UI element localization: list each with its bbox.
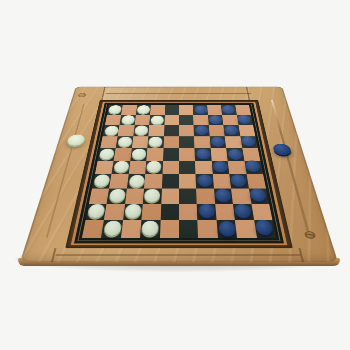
board-square[interactable]: [162, 174, 179, 188]
board-square[interactable]: [209, 125, 225, 136]
board-square[interactable]: [211, 148, 228, 161]
board-square[interactable]: [237, 115, 254, 125]
wood-plug: [78, 93, 87, 97]
board-square[interactable]: [133, 125, 149, 136]
board-square[interactable]: [179, 148, 195, 161]
board-square[interactable]: [107, 188, 127, 203]
board-square[interactable]: [179, 204, 198, 221]
board-square[interactable]: [198, 220, 218, 238]
checker-piece-light[interactable]: [99, 148, 115, 159]
board-square[interactable]: [238, 125, 255, 136]
checker-piece-light[interactable]: [103, 221, 122, 236]
board-square[interactable]: [161, 188, 179, 203]
board-square[interactable]: [114, 148, 132, 161]
checker-piece-dark[interactable]: [237, 115, 251, 124]
checker-piece-dark[interactable]: [218, 221, 236, 236]
board-square[interactable]: [193, 105, 208, 115]
checker-piece-dark[interactable]: [254, 220, 274, 235]
wooden-game-box: [20, 87, 338, 262]
checker-piece-light[interactable]: [124, 204, 142, 218]
checker-piece-dark[interactable]: [230, 174, 247, 186]
board-square[interactable]: [164, 125, 179, 136]
board-square[interactable]: [140, 220, 160, 238]
board-square[interactable]: [210, 136, 227, 148]
checker-piece-light[interactable]: [137, 105, 150, 113]
board-square[interactable]: [179, 115, 194, 125]
board-square[interactable]: [196, 174, 214, 188]
checker-piece-dark[interactable]: [196, 148, 211, 159]
board-square[interactable]: [179, 174, 196, 188]
board-wooden-margin: [71, 102, 287, 246]
board-square[interactable]: [160, 220, 179, 238]
board-square[interactable]: [254, 220, 276, 238]
checker-piece-dark[interactable]: [209, 115, 223, 124]
board-square[interactable]: [162, 161, 179, 174]
board-square[interactable]: [251, 204, 272, 221]
board-square[interactable]: [142, 204, 161, 221]
checker-piece-dark[interactable]: [222, 105, 236, 113]
board-square[interactable]: [163, 136, 179, 148]
board-square[interactable]: [195, 148, 212, 161]
perspective-plane: [20, 87, 338, 262]
product-photo: [0, 0, 350, 350]
checker-piece-dark[interactable]: [213, 161, 229, 172]
board-square[interactable]: [123, 204, 143, 221]
bottom-right-corner-joint: [299, 248, 304, 262]
board-square[interactable]: [249, 188, 270, 203]
board-square[interactable]: [146, 148, 163, 161]
board-square[interactable]: [121, 220, 142, 238]
checker-piece-light[interactable]: [131, 148, 146, 159]
checkers-board-grid: [82, 105, 276, 238]
board-square[interactable]: [112, 161, 130, 174]
board-square[interactable]: [194, 136, 210, 148]
checker-piece-light[interactable]: [117, 137, 132, 147]
board-square[interactable]: [216, 220, 237, 238]
board-square[interactable]: [160, 204, 179, 221]
rail-piece-dark[interactable]: [272, 144, 292, 155]
board-square[interactable]: [195, 161, 212, 174]
checker-piece-dark[interactable]: [234, 204, 252, 218]
board-square[interactable]: [135, 115, 151, 125]
checkers-board-frame: [74, 103, 284, 244]
top-rail-seam: [105, 93, 251, 94]
board-square[interactable]: [179, 125, 194, 136]
board-square[interactable]: [165, 105, 179, 115]
board-square[interactable]: [145, 161, 162, 174]
checker-piece-light[interactable]: [149, 137, 163, 147]
board-square[interactable]: [163, 148, 179, 161]
board-square[interactable]: [214, 188, 233, 203]
checker-piece-light[interactable]: [129, 175, 145, 187]
board-square[interactable]: [179, 105, 193, 115]
lid-light-sheen: [103, 88, 256, 100]
board-square[interactable]: [129, 161, 147, 174]
board-square[interactable]: [148, 125, 164, 136]
board-square[interactable]: [242, 148, 260, 161]
bottom-rail-seam: [56, 254, 301, 255]
board-square[interactable]: [179, 136, 195, 148]
board-well: [65, 100, 293, 248]
board-square[interactable]: [147, 136, 163, 148]
checker-piece-light[interactable]: [141, 221, 159, 236]
checker-piece-light[interactable]: [113, 161, 129, 172]
board-square[interactable]: [118, 125, 135, 136]
checker-piece-dark[interactable]: [240, 136, 255, 146]
board-square[interactable]: [149, 115, 164, 125]
board-square[interactable]: [116, 136, 133, 148]
checker-piece-dark[interactable]: [244, 161, 261, 172]
checker-piece-dark[interactable]: [249, 188, 267, 201]
board-square[interactable]: [194, 125, 210, 136]
checker-piece-light[interactable]: [108, 105, 122, 113]
checker-piece-dark[interactable]: [195, 126, 209, 135]
checker-piece-dark[interactable]: [228, 149, 244, 160]
board-square[interactable]: [193, 115, 208, 125]
board-square[interactable]: [127, 174, 146, 188]
checker-piece-light[interactable]: [87, 204, 106, 218]
board-square[interactable]: [179, 220, 198, 238]
board-square[interactable]: [143, 188, 162, 203]
checker-piece-light[interactable]: [146, 161, 161, 172]
checker-piece-dark[interactable]: [210, 137, 225, 147]
checker-piece-light[interactable]: [104, 126, 119, 135]
checker-piece-dark[interactable]: [215, 189, 232, 202]
checker-piece-light[interactable]: [151, 115, 164, 124]
checker-piece-light[interactable]: [121, 115, 135, 124]
board-square[interactable]: [120, 115, 136, 125]
checker-piece-dark[interactable]: [194, 106, 207, 114]
checker-piece-light[interactable]: [144, 189, 160, 202]
board-square[interactable]: [144, 174, 162, 188]
board-square[interactable]: [246, 174, 266, 188]
rail-piece-light[interactable]: [66, 135, 86, 146]
board-square[interactable]: [213, 174, 232, 188]
board-square[interactable]: [207, 105, 222, 115]
board-square[interactable]: [130, 148, 147, 161]
board-square[interactable]: [240, 136, 258, 148]
board-square[interactable]: [244, 161, 263, 174]
board-square[interactable]: [179, 161, 196, 174]
board-square[interactable]: [196, 188, 215, 203]
board-square[interactable]: [101, 220, 123, 238]
board-square[interactable]: [150, 105, 165, 115]
board-square[interactable]: [179, 188, 197, 203]
checker-piece-dark[interactable]: [224, 126, 239, 135]
checker-piece-light[interactable]: [93, 174, 110, 186]
board-square[interactable]: [121, 105, 137, 115]
board-square[interactable]: [132, 136, 149, 148]
board-square[interactable]: [235, 105, 251, 115]
board-square[interactable]: [197, 204, 216, 221]
brass-screw: [304, 231, 316, 238]
board-square[interactable]: [104, 204, 125, 221]
board-square[interactable]: [109, 174, 128, 188]
checker-piece-light[interactable]: [134, 126, 148, 135]
board-square[interactable]: [212, 161, 230, 174]
board-square[interactable]: [125, 188, 144, 203]
checker-piece-light[interactable]: [108, 189, 125, 202]
board-square[interactable]: [136, 105, 151, 115]
checker-piece-dark[interactable]: [198, 204, 215, 218]
board-square[interactable]: [215, 204, 235, 221]
board-square[interactable]: [164, 115, 179, 125]
board-square[interactable]: [208, 115, 224, 125]
checker-piece-dark[interactable]: [197, 174, 213, 186]
